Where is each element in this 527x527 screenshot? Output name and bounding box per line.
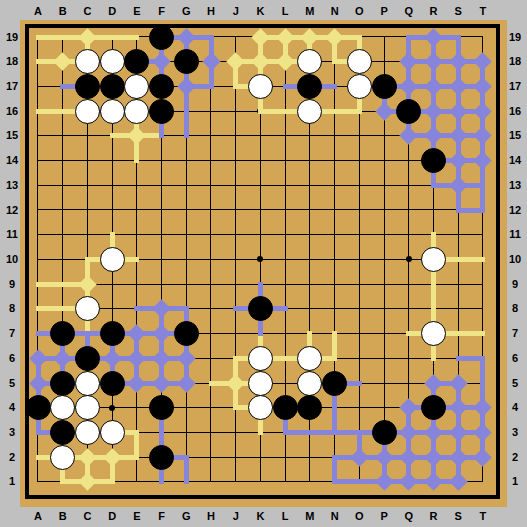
black-stone[interactable] [372, 420, 397, 445]
coord-label: G [175, 5, 197, 18]
white-stone[interactable] [347, 74, 372, 99]
white-stone[interactable] [75, 99, 100, 124]
coord-label: B [52, 5, 74, 18]
coord-label: 12 [1, 204, 23, 217]
white-stone[interactable] [75, 420, 100, 445]
black-stone[interactable] [100, 371, 125, 396]
coord-label: 14 [504, 154, 526, 167]
coord-label: 3 [1, 426, 23, 439]
coord-label: T [472, 5, 494, 18]
black-stone[interactable] [26, 395, 51, 420]
coord-label: H [200, 510, 222, 523]
coord-label: 16 [1, 105, 23, 118]
coord-label: 7 [504, 327, 526, 340]
coord-label: 2 [504, 451, 526, 464]
black-stone[interactable] [149, 25, 174, 50]
black-stone[interactable] [372, 74, 397, 99]
coord-label: E [126, 510, 148, 523]
coord-label: 3 [504, 426, 526, 439]
coord-label: 4 [1, 401, 23, 414]
black-stone[interactable] [149, 74, 174, 99]
white-stone[interactable] [421, 247, 446, 272]
black-influence-line [283, 430, 337, 435]
coord-label: 7 [1, 327, 23, 340]
white-influence-line [332, 331, 337, 361]
white-stone[interactable] [100, 247, 125, 272]
white-stone[interactable] [75, 49, 100, 74]
coord-label: 19 [504, 31, 526, 44]
coord-label: R [423, 510, 445, 523]
coord-label: O [348, 5, 370, 18]
coord-label: 19 [1, 31, 23, 44]
coord-label: 9 [1, 278, 23, 291]
coord-label: 5 [1, 377, 23, 390]
white-stone[interactable] [100, 420, 125, 445]
coord-label: 18 [504, 55, 526, 68]
black-stone[interactable] [100, 321, 125, 346]
coord-label: J [225, 510, 247, 523]
coord-label: H [200, 5, 222, 18]
coord-label: 10 [504, 253, 526, 266]
coord-label: 2 [1, 451, 23, 464]
coord-label: N [324, 510, 346, 523]
black-stone[interactable] [75, 74, 100, 99]
coord-label: 9 [504, 278, 526, 291]
white-stone[interactable] [50, 445, 75, 470]
coord-label: F [151, 5, 173, 18]
coord-label: C [76, 510, 98, 523]
coord-label: 17 [504, 80, 526, 93]
coord-label: 13 [504, 179, 526, 192]
white-stone[interactable] [347, 49, 372, 74]
coord-label: 17 [1, 80, 23, 93]
black-stone[interactable] [100, 74, 125, 99]
coord-label: 15 [1, 129, 23, 142]
coord-label: L [274, 5, 296, 18]
coord-label: J [225, 5, 247, 18]
black-stone[interactable] [50, 371, 75, 396]
coord-label: 11 [1, 228, 23, 241]
coord-label: 1 [504, 475, 526, 488]
black-stone[interactable] [421, 148, 446, 173]
black-stone[interactable] [273, 395, 298, 420]
coord-label: 1 [1, 475, 23, 488]
black-influence-line [456, 208, 486, 213]
white-stone[interactable] [297, 371, 322, 396]
white-stone[interactable] [100, 99, 125, 124]
coord-label: 18 [1, 55, 23, 68]
coord-label: F [151, 510, 173, 523]
white-stone[interactable] [248, 371, 273, 396]
white-stone[interactable] [421, 321, 446, 346]
coord-label: 11 [504, 228, 526, 241]
coord-label: 5 [504, 377, 526, 390]
coord-label: T [472, 510, 494, 523]
coord-label: K [249, 510, 271, 523]
white-stone[interactable] [248, 74, 273, 99]
coord-label: 15 [504, 129, 526, 142]
coord-label: O [348, 510, 370, 523]
white-stone[interactable] [75, 371, 100, 396]
black-stone[interactable] [174, 49, 199, 74]
white-stone[interactable] [248, 346, 273, 371]
coord-label: L [274, 510, 296, 523]
coord-label: E [126, 5, 148, 18]
coord-label: A [27, 510, 49, 523]
coord-label: Q [398, 5, 420, 18]
black-stone[interactable] [149, 99, 174, 124]
coord-label: R [423, 5, 445, 18]
coord-label: P [373, 510, 395, 523]
coord-label: S [447, 5, 469, 18]
white-stone[interactable] [124, 99, 149, 124]
coord-label: K [249, 5, 271, 18]
coord-label: B [52, 510, 74, 523]
coord-label: M [299, 5, 321, 18]
coord-label: N [324, 5, 346, 18]
go-board-window: AA1919BB1818CC1717DD1616EE1515FF1414GG13… [0, 0, 527, 527]
coord-label: 8 [504, 302, 526, 315]
coord-label: S [447, 510, 469, 523]
coord-label: 4 [504, 401, 526, 414]
coord-label: 6 [504, 352, 526, 365]
coord-label: G [175, 510, 197, 523]
black-stone[interactable] [149, 445, 174, 470]
coord-label: C [76, 5, 98, 18]
black-stone[interactable] [322, 371, 347, 396]
white-stone[interactable] [297, 99, 322, 124]
coord-label: 8 [1, 302, 23, 315]
coord-label: 14 [1, 154, 23, 167]
coord-label: 16 [504, 105, 526, 118]
coord-label: A [27, 5, 49, 18]
black-influence-line [184, 455, 189, 485]
coord-label: M [299, 510, 321, 523]
black-influence-line [332, 479, 362, 484]
white-stone[interactable] [100, 49, 125, 74]
black-stone[interactable] [75, 346, 100, 371]
hoshi-point [109, 405, 115, 411]
coord-label: P [373, 5, 395, 18]
coord-label: 12 [504, 204, 526, 217]
coord-label: 13 [1, 179, 23, 192]
coord-label: Q [398, 510, 420, 523]
coord-label: 6 [1, 352, 23, 365]
coord-label: D [101, 510, 123, 523]
coord-label: 10 [1, 253, 23, 266]
black-stone[interactable] [174, 321, 199, 346]
coord-label: D [101, 5, 123, 18]
black-stone[interactable] [396, 99, 421, 124]
